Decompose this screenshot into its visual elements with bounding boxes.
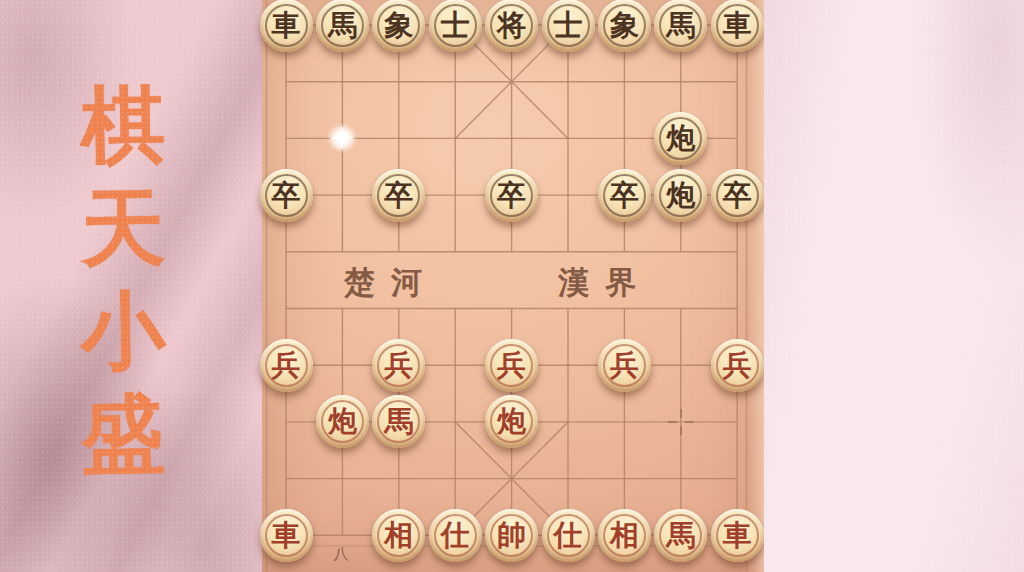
xiangqi-board[interactable]: 楚河 漢界 八 車馬象士将士象馬車炮卒卒卒卒炮卒兵兵兵兵兵炮馬炮車相仕帥仕相馬車 [262,0,764,572]
piece-black-c4r0[interactable]: 将 [485,0,538,52]
board-point-cross-marker [668,409,694,435]
river-label-han: 漢界 [558,264,652,302]
piece-label: 炮 [666,181,695,210]
piece-label: 象 [384,11,413,40]
piece-black-c6r0[interactable]: 象 [598,0,651,52]
piece-black-c6r3[interactable]: 卒 [598,169,651,222]
piece-red-c6r9[interactable]: 相 [598,509,651,562]
caption-char: 盛 [80,384,166,488]
piece-label: 卒 [610,181,639,210]
piece-label: 兵 [497,351,526,380]
piece-black-c5r0[interactable]: 士 [542,0,595,52]
piece-red-c6r6[interactable]: 兵 [598,339,651,392]
piece-label: 炮 [497,407,526,436]
piece-black-c3r0[interactable]: 士 [429,0,482,52]
piece-label: 相 [610,521,639,550]
piece-label: 馬 [328,11,357,40]
piece-label: 馬 [666,521,695,550]
piece-label: 帥 [497,521,526,550]
piece-label: 炮 [328,407,357,436]
piece-red-c4r9[interactable]: 帥 [485,509,538,562]
piece-label: 将 [497,11,526,40]
piece-label: 兵 [610,351,639,380]
piece-label: 馬 [384,407,413,436]
piece-label: 士 [554,11,583,40]
piece-label: 仕 [554,521,583,550]
piece-label: 卒 [723,181,752,210]
piece-black-c7r3[interactable]: 炮 [654,169,707,222]
piece-label: 象 [610,11,639,40]
piece-label: 兵 [384,351,413,380]
piece-label: 卒 [497,181,526,210]
piece-black-c4r3[interactable]: 卒 [485,169,538,222]
piece-label: 車 [723,11,752,40]
piece-red-c5r9[interactable]: 仕 [542,509,595,562]
piece-label: 炮 [666,124,695,153]
piece-black-c8r0[interactable]: 車 [711,0,764,52]
piece-red-c2r9[interactable]: 相 [372,509,425,562]
caption-char: 棋 [80,75,166,179]
caption-char: 小 [80,281,166,385]
piece-red-c0r6[interactable]: 兵 [260,339,313,392]
board-grid [262,0,764,572]
piece-red-c0r9[interactable]: 車 [260,509,313,562]
piece-label: 士 [441,11,470,40]
piece-black-c2r3[interactable]: 卒 [372,169,425,222]
piece-black-c7r2[interactable]: 炮 [654,112,707,165]
piece-red-c8r6[interactable]: 兵 [711,339,764,392]
piece-black-c2r0[interactable]: 象 [372,0,425,52]
piece-red-c7r9[interactable]: 馬 [654,509,707,562]
left-background-panel: 棋天小盛 [0,0,262,572]
file-number-label: 八 [326,545,356,564]
caption-left-channel-name: 棋天小盛 [70,76,176,488]
piece-label: 卒 [272,181,301,210]
piece-red-c3r9[interactable]: 仕 [429,509,482,562]
piece-red-c1r7[interactable]: 炮 [316,395,369,448]
right-background-panel: 布局棋理 [764,0,1024,572]
piece-black-c8r3[interactable]: 卒 [711,169,764,222]
piece-label: 仕 [441,521,470,550]
piece-red-c2r6[interactable]: 兵 [372,339,425,392]
piece-black-c1r0[interactable]: 馬 [316,0,369,52]
video-frame: 棋天小盛 楚河 漢界 八 車馬象士将士象馬車炮卒卒卒卒炮卒兵兵兵兵兵炮馬炮車相仕… [0,0,1024,572]
piece-black-c7r0[interactable]: 馬 [654,0,707,52]
board-edge-highlight [749,0,764,572]
piece-label: 馬 [666,11,695,40]
river-label-chu: 楚河 [344,264,438,302]
caption-char: 天 [80,178,166,282]
piece-label: 卒 [384,181,413,210]
piece-red-c4r6[interactable]: 兵 [485,339,538,392]
piece-label: 車 [272,11,301,40]
piece-red-c8r9[interactable]: 車 [711,509,764,562]
piece-black-c0r3[interactable]: 卒 [260,169,313,222]
piece-label: 車 [723,521,752,550]
piece-label: 車 [272,521,301,550]
piece-label: 兵 [723,351,752,380]
piece-label: 相 [384,521,413,550]
piece-black-c0r0[interactable]: 車 [260,0,313,52]
piece-label: 兵 [272,351,301,380]
